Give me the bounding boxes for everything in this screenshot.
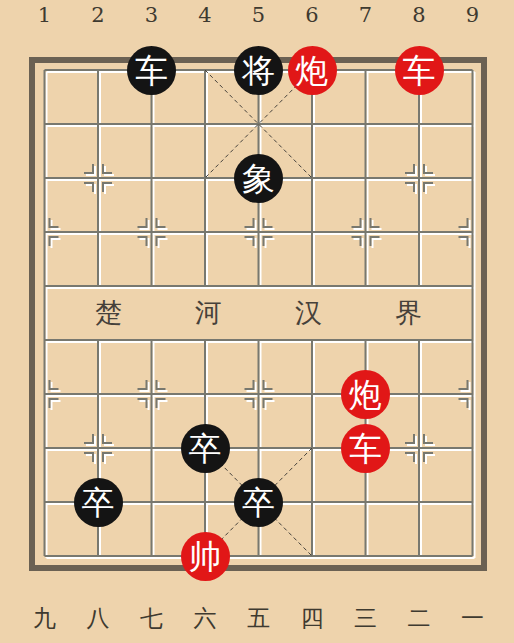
piece-black-elephant[interactable]: 象 [234,154,283,203]
pieces-layer: 车将炮车象炮卒车卒卒帅 [18,43,500,583]
xiangqi-diagram: 123456789 楚河汉界 车将炮车象炮卒车卒卒帅 九八七六五四三二一 [0,0,514,643]
piece-red-cannon[interactable]: 炮 [288,46,337,95]
piece-black-soldier[interactable]: 卒 [234,478,283,527]
file-label-bottom: 六 [194,603,217,634]
file-label-bottom: 五 [247,603,270,634]
file-label-bottom: 三 [354,603,377,634]
file-label-bottom: 七 [140,603,163,634]
file-label-bottom: 八 [87,603,110,634]
piece-black-soldier[interactable]: 卒 [74,478,123,527]
piece-red-chariot[interactable]: 车 [341,424,390,473]
piece-black-soldier[interactable]: 卒 [181,424,230,473]
piece-red-cannon[interactable]: 炮 [341,370,390,419]
piece-red-chariot[interactable]: 车 [395,46,444,95]
file-label-bottom: 四 [301,603,324,634]
piece-red-general[interactable]: 帅 [181,532,230,581]
file-label-bottom: 九 [33,603,56,634]
piece-black-general[interactable]: 将 [234,46,283,95]
piece-black-chariot[interactable]: 车 [127,46,176,95]
file-label-bottom: 二 [408,603,431,634]
file-label-bottom: 一 [461,603,484,634]
